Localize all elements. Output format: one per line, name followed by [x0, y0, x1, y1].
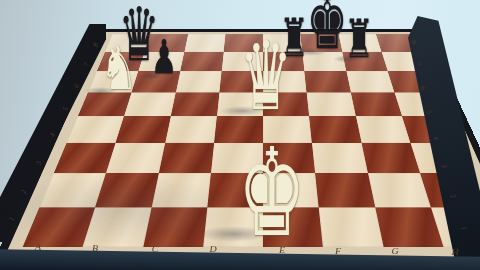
board-square-f1 [319, 207, 383, 246]
file-label-H: H [451, 248, 458, 257]
chess-photo-frame: ABCDEFGH1234567812345678 ♚♜♜♛♟♞♛♚ [0, 0, 480, 270]
board-square-c6 [175, 71, 221, 92]
board-square-f3 [312, 143, 367, 173]
board-square-a3 [54, 143, 116, 173]
board-square-b3 [106, 143, 165, 173]
board-square-g2 [368, 173, 431, 207]
board-square-c3 [158, 143, 213, 173]
board-square-g3 [361, 143, 420, 173]
file-label-B: B [92, 244, 98, 253]
board-square-c5 [170, 92, 219, 116]
black-rook-piece-g8: ♜ [344, 18, 373, 59]
white-king-piece: ♚ [238, 146, 306, 241]
file-label-C: C [152, 245, 159, 254]
board-square-g5 [351, 92, 402, 116]
board-square-f5 [307, 92, 356, 116]
white-queen-piece: ♛ [240, 39, 293, 113]
file-label-F: F [335, 247, 341, 256]
white-knight-piece: ♞ [100, 45, 138, 92]
board-square-f6 [305, 71, 351, 92]
board-square-g4 [356, 116, 411, 143]
black-king-piece: ♚ [306, 0, 347, 52]
board-square-c4 [165, 116, 217, 143]
file-label-A: A [35, 243, 41, 252]
file-label-G: G [391, 247, 398, 256]
board-square-f4 [309, 116, 361, 143]
black-pawn-piece: ♟ [151, 39, 177, 76]
board-square-f2 [315, 173, 375, 207]
board-square-c8 [184, 34, 225, 51]
board-square-b4 [116, 116, 171, 143]
board-square-a4 [67, 116, 125, 143]
file-label-D: D [209, 245, 216, 254]
board-square-g6 [346, 71, 394, 92]
board-square-c7 [180, 52, 224, 71]
board-square-g1 [375, 207, 443, 246]
